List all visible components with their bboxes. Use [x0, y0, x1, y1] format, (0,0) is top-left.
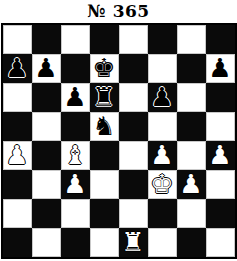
piece-white-pawn: ♟ — [179, 170, 202, 199]
piece-black-king: ♚ — [92, 54, 115, 83]
square-b1 — [32, 228, 61, 257]
square-a3 — [3, 170, 32, 199]
piece-white-pawn: ♟ — [208, 141, 231, 170]
square-b3 — [32, 170, 61, 199]
square-h7: ♟ — [206, 54, 235, 83]
piece-black-pawn: ♟ — [208, 54, 231, 83]
square-b8 — [32, 25, 61, 54]
piece-black-pawn: ♟ — [63, 83, 86, 112]
square-a4: ♟ — [3, 141, 32, 170]
square-c7 — [61, 54, 90, 83]
square-g4 — [177, 141, 206, 170]
piece-black-rook: ♜ — [92, 83, 115, 112]
square-g1 — [177, 228, 206, 257]
piece-white-pawn: ♟ — [5, 141, 28, 170]
piece-black-pawn: ♟ — [5, 54, 28, 83]
piece-black-pawn: ♟ — [150, 83, 173, 112]
square-c4: ♝ — [61, 141, 90, 170]
square-a8 — [3, 25, 32, 54]
square-e7 — [119, 54, 148, 83]
square-b5 — [32, 112, 61, 141]
square-g3: ♟ — [177, 170, 206, 199]
square-e3 — [119, 170, 148, 199]
square-a5 — [3, 112, 32, 141]
square-h6 — [206, 83, 235, 112]
square-h4: ♟ — [206, 141, 235, 170]
square-e6 — [119, 83, 148, 112]
square-f7 — [148, 54, 177, 83]
puzzle-number: № 365 — [0, 0, 237, 23]
square-e2 — [119, 199, 148, 228]
square-f3: ♚ — [148, 170, 177, 199]
chess-board: ♟♟♚♟♟♜♟♞♟♝♟♟♟♚♟♜ — [1, 23, 237, 259]
square-b7: ♟ — [32, 54, 61, 83]
piece-black-pawn: ♟ — [34, 54, 57, 83]
square-h2 — [206, 199, 235, 228]
piece-black-knight: ♞ — [92, 112, 115, 141]
square-b4 — [32, 141, 61, 170]
square-e8 — [119, 25, 148, 54]
square-e5 — [119, 112, 148, 141]
square-c3: ♟ — [61, 170, 90, 199]
square-g5 — [177, 112, 206, 141]
square-d5: ♞ — [90, 112, 119, 141]
square-c6: ♟ — [61, 83, 90, 112]
square-h1 — [206, 228, 235, 257]
square-f5 — [148, 112, 177, 141]
square-f8 — [148, 25, 177, 54]
square-e1: ♜ — [119, 228, 148, 257]
square-d4 — [90, 141, 119, 170]
square-c2 — [61, 199, 90, 228]
square-g8 — [177, 25, 206, 54]
square-f4: ♟ — [148, 141, 177, 170]
piece-white-bishop: ♝ — [63, 141, 86, 170]
piece-white-rook: ♜ — [121, 228, 144, 257]
square-a7: ♟ — [3, 54, 32, 83]
piece-white-king: ♚ — [150, 170, 173, 199]
square-d3 — [90, 170, 119, 199]
piece-white-pawn: ♟ — [150, 141, 173, 170]
square-g7 — [177, 54, 206, 83]
piece-white-pawn: ♟ — [63, 170, 86, 199]
square-c8 — [61, 25, 90, 54]
square-f1 — [148, 228, 177, 257]
square-a1 — [3, 228, 32, 257]
square-g6 — [177, 83, 206, 112]
square-a6 — [3, 83, 32, 112]
square-h8 — [206, 25, 235, 54]
square-d1 — [90, 228, 119, 257]
square-c5 — [61, 112, 90, 141]
square-b2 — [32, 199, 61, 228]
square-g2 — [177, 199, 206, 228]
square-e4 — [119, 141, 148, 170]
square-h5 — [206, 112, 235, 141]
square-b6 — [32, 83, 61, 112]
square-c1 — [61, 228, 90, 257]
square-f6: ♟ — [148, 83, 177, 112]
square-d8 — [90, 25, 119, 54]
square-d2 — [90, 199, 119, 228]
square-f2 — [148, 199, 177, 228]
square-a2 — [3, 199, 32, 228]
square-d6: ♜ — [90, 83, 119, 112]
square-d7: ♚ — [90, 54, 119, 83]
square-h3 — [206, 170, 235, 199]
